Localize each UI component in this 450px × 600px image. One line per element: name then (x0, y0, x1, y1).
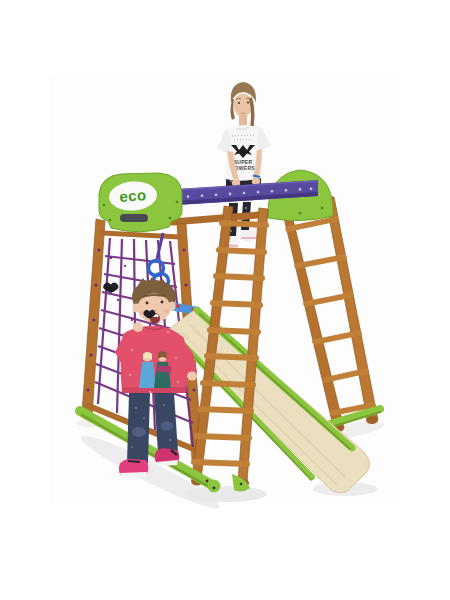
eco-logo-text: eco (119, 186, 147, 205)
base-rail-screw (213, 487, 216, 490)
toddler-eye (161, 301, 164, 304)
toddler-eye (146, 302, 149, 305)
toddler-hand (133, 322, 143, 332)
blue-bracelet (253, 176, 260, 178)
girl-eye (238, 102, 240, 104)
girl-neck (239, 115, 247, 126)
eco-sign: eco (99, 173, 182, 232)
playset-illustration: SUPER POWERS (0, 0, 450, 600)
girl-eye (247, 102, 249, 104)
base-rail-screw (206, 480, 209, 483)
handle-hole (120, 214, 148, 222)
product-photo: SUPER POWERS (0, 0, 450, 600)
toddler-hand (187, 372, 197, 381)
slide-hook (176, 304, 180, 308)
